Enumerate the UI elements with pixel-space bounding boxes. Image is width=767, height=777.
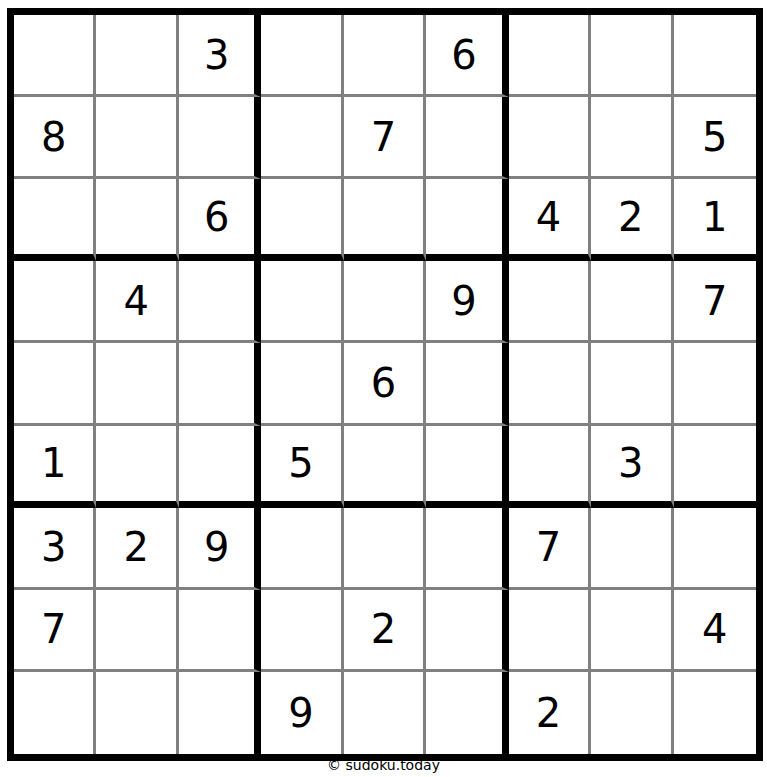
- cell-r8c2[interactable]: [96, 590, 178, 672]
- given-digit: 2: [371, 609, 396, 649]
- cell-r4c5[interactable]: [344, 261, 426, 343]
- cell-r3c7[interactable]: 4: [509, 179, 591, 261]
- cell-r4c4[interactable]: [261, 261, 343, 343]
- sudoku-board: 3687564214976153329772492: [7, 8, 763, 761]
- cell-r2c6[interactable]: [426, 97, 508, 179]
- cell-r8c3[interactable]: [179, 590, 261, 672]
- cell-r3c5[interactable]: [344, 179, 426, 261]
- cell-r5c8[interactable]: [591, 343, 673, 425]
- cell-r7c6[interactable]: [426, 508, 508, 590]
- cell-r5c4[interactable]: [261, 343, 343, 425]
- cell-r1c7[interactable]: [509, 15, 591, 97]
- given-digit: 4: [702, 609, 727, 649]
- cell-r6c2[interactable]: [96, 426, 178, 508]
- given-digit: 2: [536, 693, 561, 733]
- cell-r1c1[interactable]: [14, 15, 96, 97]
- cell-r7c4[interactable]: [261, 508, 343, 590]
- cell-r2c3[interactable]: [179, 97, 261, 179]
- cell-r5c7[interactable]: [509, 343, 591, 425]
- cell-r9c2[interactable]: [96, 672, 178, 754]
- given-digit: 5: [702, 117, 727, 157]
- cell-r9c6[interactable]: [426, 672, 508, 754]
- cell-r1c9[interactable]: [674, 15, 756, 97]
- cell-r3c6[interactable]: [426, 179, 508, 261]
- cell-r4c1[interactable]: [14, 261, 96, 343]
- cell-r8c5[interactable]: 2: [344, 590, 426, 672]
- cell-r4c8[interactable]: [591, 261, 673, 343]
- cell-r4c2[interactable]: 4: [96, 261, 178, 343]
- given-digit: 1: [702, 197, 727, 237]
- cell-r8c9[interactable]: 4: [674, 590, 756, 672]
- cell-r2c4[interactable]: [261, 97, 343, 179]
- cell-r1c5[interactable]: [344, 15, 426, 97]
- cell-r1c2[interactable]: [96, 15, 178, 97]
- cell-r7c8[interactable]: [591, 508, 673, 590]
- cell-r6c6[interactable]: [426, 426, 508, 508]
- given-digit: 9: [451, 281, 476, 321]
- cell-r2c8[interactable]: [591, 97, 673, 179]
- cell-r7c2[interactable]: 2: [96, 508, 178, 590]
- given-digit: 1: [41, 443, 66, 483]
- copyright-text: © sudoku.today: [0, 757, 767, 773]
- given-digit: 6: [451, 35, 476, 75]
- cell-r1c4[interactable]: [261, 15, 343, 97]
- cell-r4c6[interactable]: 9: [426, 261, 508, 343]
- cell-r9c9[interactable]: [674, 672, 756, 754]
- cell-r6c4[interactable]: 5: [261, 426, 343, 508]
- cell-r3c1[interactable]: [14, 179, 96, 261]
- cell-r7c5[interactable]: [344, 508, 426, 590]
- cell-r4c7[interactable]: [509, 261, 591, 343]
- cell-r2c9[interactable]: 5: [674, 97, 756, 179]
- given-digit: 5: [288, 443, 313, 483]
- cell-r8c6[interactable]: [426, 590, 508, 672]
- cell-r3c4[interactable]: [261, 179, 343, 261]
- cell-r3c8[interactable]: 2: [591, 179, 673, 261]
- cell-r4c9[interactable]: 7: [674, 261, 756, 343]
- cell-r9c3[interactable]: [179, 672, 261, 754]
- given-digit: 3: [618, 443, 643, 483]
- given-digit: 7: [41, 609, 66, 649]
- given-digit: 8: [41, 117, 66, 157]
- cell-r1c6[interactable]: 6: [426, 15, 508, 97]
- cell-r2c7[interactable]: [509, 97, 591, 179]
- given-digit: 6: [204, 197, 229, 237]
- given-digit: 3: [204, 35, 229, 75]
- cell-r5c5[interactable]: 6: [344, 343, 426, 425]
- cell-r8c4[interactable]: [261, 590, 343, 672]
- given-digit: 2: [123, 527, 148, 567]
- given-digit: 7: [371, 117, 396, 157]
- cell-r5c1[interactable]: [14, 343, 96, 425]
- given-digit: 3: [41, 527, 66, 567]
- cell-r3c3[interactable]: 6: [179, 179, 261, 261]
- given-digit: 6: [371, 363, 396, 403]
- cell-r8c1[interactable]: 7: [14, 590, 96, 672]
- cell-r5c3[interactable]: [179, 343, 261, 425]
- cell-r7c9[interactable]: [674, 508, 756, 590]
- cell-r6c5[interactable]: [344, 426, 426, 508]
- sudoku-page: 3687564214976153329772492 © sudoku.today: [0, 0, 767, 777]
- given-digit: 4: [536, 197, 561, 237]
- cell-r7c7[interactable]: 7: [509, 508, 591, 590]
- cell-r2c5[interactable]: 7: [344, 97, 426, 179]
- cell-r2c1[interactable]: 8: [14, 97, 96, 179]
- cell-r6c9[interactable]: [674, 426, 756, 508]
- given-digit: 7: [702, 281, 727, 321]
- cell-r8c8[interactable]: [591, 590, 673, 672]
- cell-r5c6[interactable]: [426, 343, 508, 425]
- cell-r3c9[interactable]: 1: [674, 179, 756, 261]
- given-digit: 9: [288, 693, 313, 733]
- cell-r5c9[interactable]: [674, 343, 756, 425]
- cell-r5c2[interactable]: [96, 343, 178, 425]
- cell-r4c3[interactable]: [179, 261, 261, 343]
- cell-r9c1[interactable]: [14, 672, 96, 754]
- cell-r6c7[interactable]: [509, 426, 591, 508]
- cell-r6c8[interactable]: 3: [591, 426, 673, 508]
- cell-r9c8[interactable]: [591, 672, 673, 754]
- cell-r7c3[interactable]: 9: [179, 508, 261, 590]
- cell-r9c5[interactable]: [344, 672, 426, 754]
- given-digit: 7: [536, 527, 561, 567]
- cell-r9c4[interactable]: 9: [261, 672, 343, 754]
- cell-r8c7[interactable]: [509, 590, 591, 672]
- cell-r3c2[interactable]: [96, 179, 178, 261]
- cell-r1c3[interactable]: 3: [179, 15, 261, 97]
- cell-r1c8[interactable]: [591, 15, 673, 97]
- cell-r2c2[interactable]: [96, 97, 178, 179]
- cell-r6c1[interactable]: 1: [14, 426, 96, 508]
- cell-r6c3[interactable]: [179, 426, 261, 508]
- given-digit: 4: [123, 281, 148, 321]
- cell-r9c7[interactable]: 2: [509, 672, 591, 754]
- given-digit: 2: [618, 197, 643, 237]
- cell-r7c1[interactable]: 3: [14, 508, 96, 590]
- given-digit: 9: [204, 527, 229, 567]
